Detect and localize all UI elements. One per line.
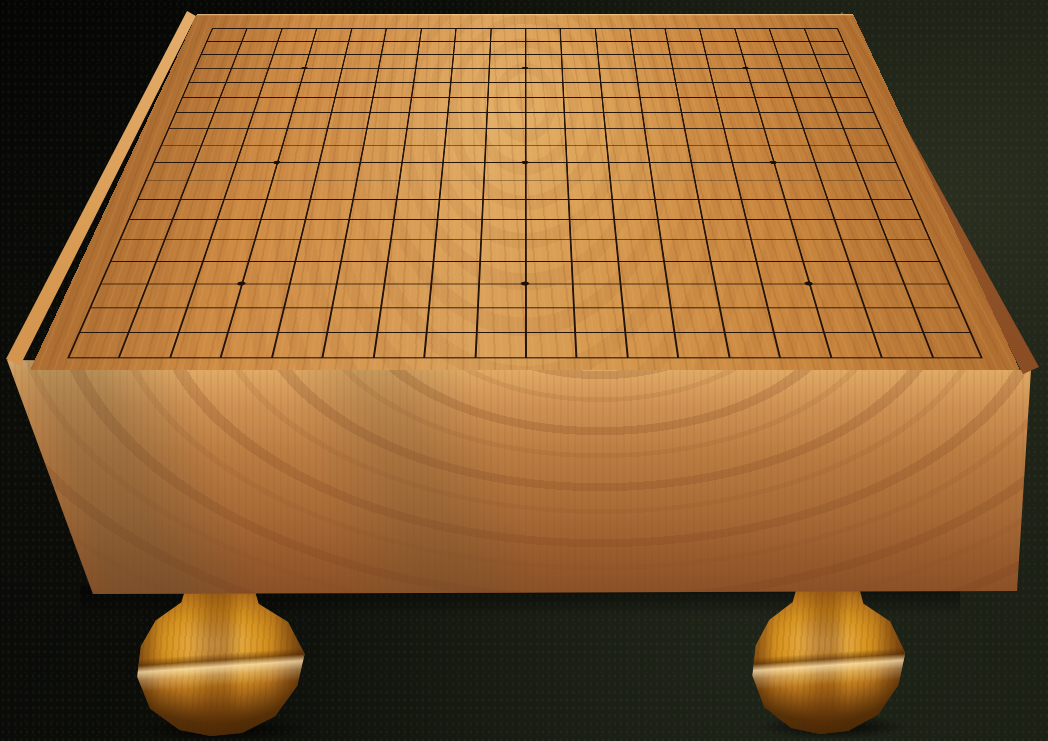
go-grid xyxy=(67,28,983,358)
carved-leg-bud xyxy=(744,584,912,734)
star-point xyxy=(521,282,529,286)
star-point xyxy=(804,282,813,286)
star-point xyxy=(237,282,246,286)
carved-leg-bud xyxy=(128,584,312,736)
star-point xyxy=(742,67,749,69)
board-top-face xyxy=(30,14,1020,370)
star-point xyxy=(521,161,528,164)
star-point xyxy=(769,161,777,164)
board-leg-front-right xyxy=(744,584,912,734)
board-leg-front-left xyxy=(128,584,312,736)
star-points xyxy=(67,28,983,358)
star-point xyxy=(273,161,281,164)
goban-photo-scene xyxy=(0,0,1048,741)
star-point xyxy=(522,67,528,69)
star-point xyxy=(301,67,308,69)
